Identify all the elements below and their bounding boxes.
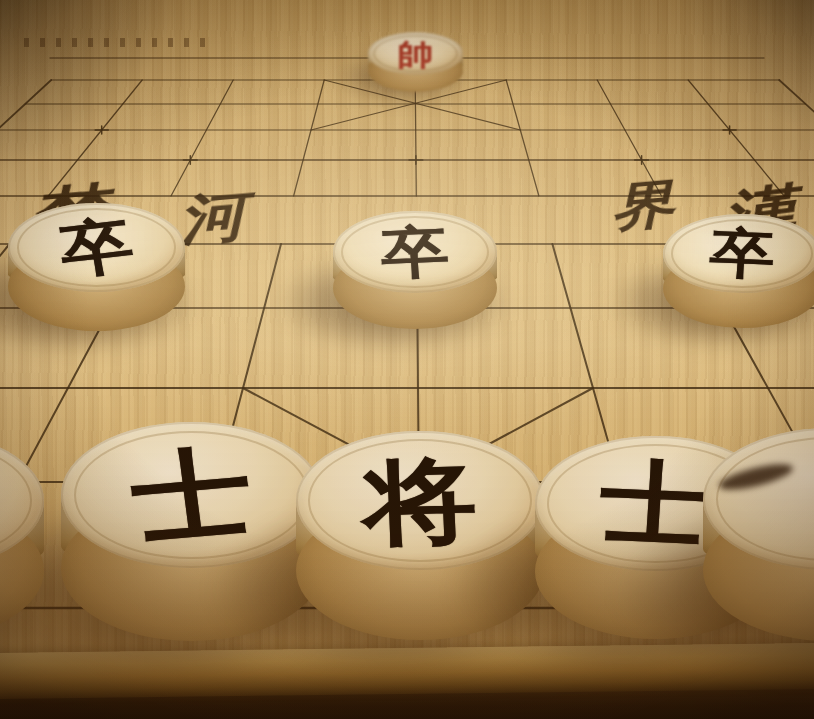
piece-character-士: 士 xyxy=(126,441,258,549)
pieces-layer: 帥卒卒卒士将士象象 xyxy=(0,0,814,719)
piece-black-soldier-c[interactable]: 卒 xyxy=(8,203,185,331)
piece-character-帥: 帥 xyxy=(398,39,434,69)
piece-black-soldier-g[interactable]: 卒 xyxy=(663,214,814,328)
piece-character-卒: 卒 xyxy=(55,214,137,282)
piece-character-卒: 卒 xyxy=(708,225,776,281)
piece-red-general[interactable]: 帥 xyxy=(368,32,463,92)
xiangqi-photo-scene: 楚 河 界 漢 帥卒卒卒士将士象象 xyxy=(0,0,814,719)
piece-character-将: 将 xyxy=(361,452,479,549)
piece-black-soldier-e[interactable]: 卒 xyxy=(333,211,497,330)
piece-black-elephant-g[interactable]: 象 xyxy=(703,428,814,641)
piece-character-卒: 卒 xyxy=(379,223,450,282)
piece-black-elephant-c[interactable]: 象 xyxy=(0,431,44,640)
